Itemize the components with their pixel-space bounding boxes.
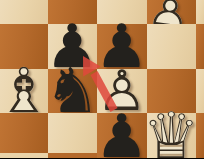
square-r1c3[interactable] xyxy=(147,24,197,69)
square-r3c4[interactable] xyxy=(196,113,204,158)
square-r2c0[interactable]: ♝♗ xyxy=(0,69,48,114)
chessboard-screenshot: ♟♙♟♟♝♗♞♟♙♟♛♕ xyxy=(0,0,204,158)
square-r0c0[interactable] xyxy=(0,0,48,24)
white-queen[interactable]: ♛♕ xyxy=(147,113,197,158)
square-r1c4[interactable] xyxy=(196,24,204,69)
white-queen-glyph: ♕ xyxy=(143,104,200,159)
white-piece-fragment[interactable]: ♟♙ xyxy=(147,0,197,24)
square-r0c4[interactable] xyxy=(196,0,204,24)
square-r0c3[interactable]: ♟♙ xyxy=(147,0,197,24)
square-r3c0[interactable] xyxy=(0,113,48,158)
next-rank-sliver-light xyxy=(0,153,48,158)
next-rank-sliver-dark xyxy=(48,153,98,158)
square-r2c1[interactable]: ♞ xyxy=(48,69,98,114)
square-r3c3[interactable]: ♛♕ xyxy=(147,113,197,158)
black-pawn-3-glyph: ♟ xyxy=(95,106,149,159)
black-knight[interactable]: ♞ xyxy=(48,69,98,114)
white-bishop[interactable]: ♝♗ xyxy=(0,69,48,114)
white-piece-fragment-glyph: ♙ xyxy=(147,0,195,24)
square-r3c1[interactable] xyxy=(48,113,98,158)
square-r3c2[interactable]: ♟ xyxy=(97,113,147,158)
chess-board[interactable]: ♟♙♟♟♝♗♞♟♙♟♛♕ xyxy=(0,0,204,158)
black-pawn-3[interactable]: ♟ xyxy=(97,113,147,158)
